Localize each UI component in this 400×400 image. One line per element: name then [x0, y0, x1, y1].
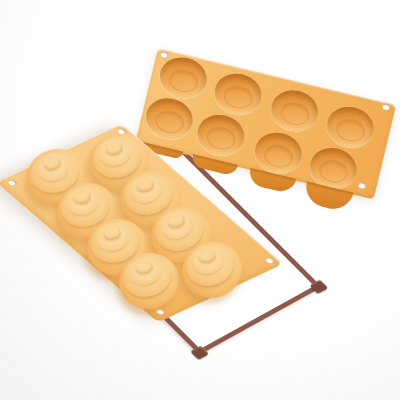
product-photo: [0, 0, 400, 400]
dome-layer: [0, 0, 400, 400]
